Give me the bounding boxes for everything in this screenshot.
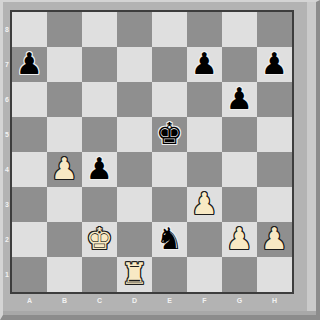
square-d8[interactable] — [117, 12, 152, 47]
black-pawn: ♟ — [191, 49, 218, 79]
square-h3[interactable] — [257, 187, 292, 222]
square-d6[interactable] — [117, 82, 152, 117]
square-h4[interactable] — [257, 152, 292, 187]
square-b6[interactable] — [47, 82, 82, 117]
square-h2[interactable]: ♟ — [257, 222, 292, 257]
square-a6[interactable] — [12, 82, 47, 117]
square-d5[interactable] — [117, 117, 152, 152]
square-c8[interactable] — [82, 12, 117, 47]
square-c1[interactable] — [82, 257, 117, 292]
chess-board: ♟♟♟♟♚♟♟♟♚♞♟♟♜ — [12, 12, 292, 292]
square-b1[interactable] — [47, 257, 82, 292]
square-a7[interactable]: ♟ — [12, 47, 47, 82]
square-e1[interactable] — [152, 257, 187, 292]
square-f7[interactable]: ♟ — [187, 47, 222, 82]
square-a1[interactable] — [12, 257, 47, 292]
black-pawn: ♟ — [261, 49, 288, 79]
square-e8[interactable] — [152, 12, 187, 47]
square-a3[interactable] — [12, 187, 47, 222]
square-d2[interactable] — [117, 222, 152, 257]
file-label-e: E — [152, 294, 187, 307]
square-h7[interactable]: ♟ — [257, 47, 292, 82]
square-d4[interactable] — [117, 152, 152, 187]
square-g6[interactable]: ♟ — [222, 82, 257, 117]
square-h6[interactable] — [257, 82, 292, 117]
square-e2[interactable]: ♞ — [152, 222, 187, 257]
square-c4[interactable]: ♟ — [82, 152, 117, 187]
square-d7[interactable] — [117, 47, 152, 82]
black-pawn: ♟ — [86, 154, 113, 184]
square-d1[interactable]: ♜ — [117, 257, 152, 292]
black-pawn: ♟ — [16, 49, 43, 79]
board-border: ♟♟♟♟♚♟♟♟♚♞♟♟♜ — [10, 10, 294, 294]
file-label-c: C — [82, 294, 117, 307]
file-label-d: D — [117, 294, 152, 307]
square-c7[interactable] — [82, 47, 117, 82]
white-rook: ♜ — [121, 259, 148, 289]
square-e7[interactable] — [152, 47, 187, 82]
square-g4[interactable] — [222, 152, 257, 187]
square-f2[interactable] — [187, 222, 222, 257]
square-b5[interactable] — [47, 117, 82, 152]
square-g3[interactable] — [222, 187, 257, 222]
square-b8[interactable] — [47, 12, 82, 47]
white-king: ♚ — [86, 224, 113, 254]
board-frame: 87654321 ABCDEFGH ♟♟♟♟♚♟♟♟♚♞♟♟♜ — [0, 0, 320, 320]
square-c3[interactable] — [82, 187, 117, 222]
square-a2[interactable] — [12, 222, 47, 257]
square-e6[interactable] — [152, 82, 187, 117]
square-g2[interactable]: ♟ — [222, 222, 257, 257]
square-f3[interactable]: ♟ — [187, 187, 222, 222]
square-f6[interactable] — [187, 82, 222, 117]
black-knight: ♞ — [156, 224, 183, 254]
frame-bevel-highlight — [307, 2, 316, 315]
square-g1[interactable] — [222, 257, 257, 292]
square-e5[interactable]: ♚ — [152, 117, 187, 152]
frame-bevel-shadow — [3, 311, 316, 315]
black-king: ♚ — [156, 119, 183, 149]
square-b7[interactable] — [47, 47, 82, 82]
file-label-b: B — [47, 294, 82, 307]
square-h8[interactable] — [257, 12, 292, 47]
square-d3[interactable] — [117, 187, 152, 222]
square-a4[interactable] — [12, 152, 47, 187]
file-label-f: F — [187, 294, 222, 307]
chess-diagram: 87654321 ABCDEFGH ♟♟♟♟♚♟♟♟♚♞♟♟♜ — [0, 0, 320, 320]
square-f4[interactable] — [187, 152, 222, 187]
square-e3[interactable] — [152, 187, 187, 222]
square-b4[interactable]: ♟ — [47, 152, 82, 187]
square-h1[interactable] — [257, 257, 292, 292]
square-f8[interactable] — [187, 12, 222, 47]
square-c6[interactable] — [82, 82, 117, 117]
square-f1[interactable] — [187, 257, 222, 292]
square-e4[interactable] — [152, 152, 187, 187]
square-g5[interactable] — [222, 117, 257, 152]
square-b3[interactable] — [47, 187, 82, 222]
white-pawn: ♟ — [226, 224, 253, 254]
square-c2[interactable]: ♚ — [82, 222, 117, 257]
black-pawn: ♟ — [226, 84, 253, 114]
white-pawn: ♟ — [261, 224, 288, 254]
square-g7[interactable] — [222, 47, 257, 82]
square-a5[interactable] — [12, 117, 47, 152]
file-label-h: H — [257, 294, 292, 307]
square-c5[interactable] — [82, 117, 117, 152]
file-label-a: A — [12, 294, 47, 307]
white-pawn: ♟ — [191, 189, 218, 219]
square-g8[interactable] — [222, 12, 257, 47]
white-pawn: ♟ — [51, 154, 78, 184]
square-h5[interactable] — [257, 117, 292, 152]
square-a8[interactable] — [12, 12, 47, 47]
square-b2[interactable] — [47, 222, 82, 257]
file-label-g: G — [222, 294, 257, 307]
square-f5[interactable] — [187, 117, 222, 152]
